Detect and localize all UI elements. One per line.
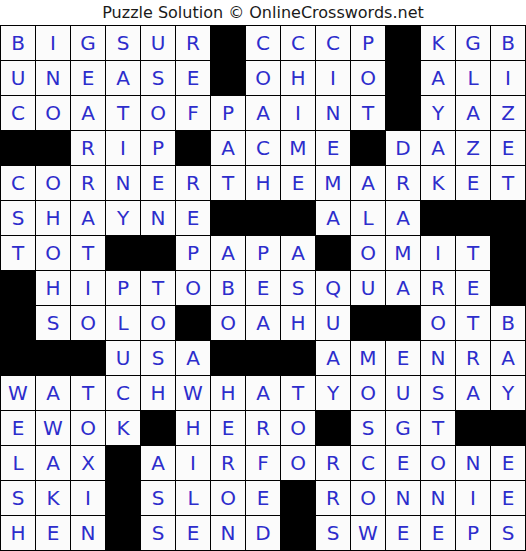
cell-letter: N <box>151 208 166 228</box>
cell-letter: A <box>291 243 305 263</box>
grid-cell: I <box>71 481 106 516</box>
cell-letter: S <box>502 523 515 543</box>
cell-letter: E <box>47 523 60 543</box>
cell-letter: A <box>81 103 95 123</box>
cell-letter: O <box>360 383 376 403</box>
cell-letter: P <box>257 243 269 263</box>
grid-cell: R <box>176 26 211 61</box>
grid-cell: M <box>386 236 421 271</box>
cell-letter: I <box>435 243 441 263</box>
cell-letter: C <box>291 33 305 53</box>
cell-letter: H <box>290 68 305 88</box>
block-cell <box>211 61 246 96</box>
block-cell <box>281 341 316 376</box>
grid-cell: A <box>71 201 106 236</box>
block-cell <box>386 61 421 96</box>
cell-letter: A <box>46 383 60 403</box>
cell-letter: A <box>396 208 410 228</box>
grid-cell: O <box>176 271 211 306</box>
cell-letter: B <box>221 278 235 298</box>
grid-cell: H <box>141 376 176 411</box>
cell-letter: R <box>81 138 95 158</box>
cell-letter: A <box>326 208 340 228</box>
cell-letter: H <box>185 418 200 438</box>
grid-cell: O <box>351 61 386 96</box>
cell-letter: N <box>46 68 61 88</box>
cell-letter: O <box>360 243 376 263</box>
grid-cell: T <box>71 236 106 271</box>
grid-cell: R <box>421 271 456 306</box>
block-cell <box>141 236 176 271</box>
cell-letter: A <box>431 68 445 88</box>
block-cell <box>141 411 176 446</box>
cell-letter: E <box>187 208 200 228</box>
cell-letter: B <box>11 33 25 53</box>
grid-cell: O <box>141 306 176 341</box>
grid-cell: E <box>491 131 526 166</box>
cell-letter: E <box>397 523 410 543</box>
grid-cell: I <box>71 271 106 306</box>
cell-letter: T <box>82 243 94 263</box>
cell-letter: A <box>256 383 270 403</box>
cell-letter: E <box>502 488 515 508</box>
cell-letter: M <box>359 348 376 368</box>
block-cell <box>281 516 316 551</box>
grid-cell: I <box>421 236 456 271</box>
cell-letter: K <box>431 33 444 53</box>
grid-cell: E <box>456 166 491 201</box>
grid-cell: C <box>1 96 36 131</box>
grid-cell: S <box>281 271 316 306</box>
cell-letter: I <box>505 68 511 88</box>
cell-letter: E <box>12 418 25 438</box>
cell-letter: A <box>116 68 130 88</box>
grid-cell: N <box>211 516 246 551</box>
cell-letter: E <box>187 68 200 88</box>
grid-cell: N <box>71 516 106 551</box>
block-cell <box>456 411 491 446</box>
cell-letter: A <box>466 103 480 123</box>
block-cell <box>421 201 456 236</box>
grid-cell: P <box>246 236 281 271</box>
grid-cell: A <box>106 61 141 96</box>
cell-letter: T <box>117 103 129 123</box>
grid-cell: E <box>71 61 106 96</box>
grid-cell: N <box>316 96 351 131</box>
cell-letter: G <box>80 33 96 53</box>
grid-cell: T <box>281 376 316 411</box>
cell-letter: A <box>501 348 515 368</box>
cell-letter: H <box>220 383 235 403</box>
cell-letter: M <box>289 138 306 158</box>
block-cell <box>351 131 386 166</box>
grid-cell: G <box>456 26 491 61</box>
cell-letter: U <box>326 313 341 333</box>
cell-letter: C <box>256 138 270 158</box>
grid-cell: M <box>281 131 316 166</box>
grid-cell: T <box>351 96 386 131</box>
grid-cell: D <box>386 131 421 166</box>
cell-letter: C <box>116 383 130 403</box>
cell-letter: A <box>361 173 375 193</box>
cell-letter: N <box>466 453 481 473</box>
cell-letter: G <box>465 33 481 53</box>
cell-letter: O <box>220 488 236 508</box>
cell-letter: D <box>255 523 270 543</box>
grid-cell: T <box>491 166 526 201</box>
cell-letter: U <box>116 348 131 368</box>
grid-cell: I <box>106 131 141 166</box>
block-cell <box>491 271 526 306</box>
cell-letter: E <box>257 278 270 298</box>
grid-cell: S <box>491 516 526 551</box>
cell-letter: R <box>466 348 480 368</box>
grid-cell: T <box>71 376 106 411</box>
cell-letter: L <box>117 313 128 333</box>
grid-cell: L <box>456 61 491 96</box>
grid-cell: E <box>316 131 351 166</box>
cell-letter: S <box>12 208 25 228</box>
grid-cell: H <box>36 201 71 236</box>
cell-letter: R <box>186 173 200 193</box>
grid-cell: O <box>211 306 246 341</box>
grid-cell: E <box>246 271 281 306</box>
cell-letter: P <box>117 278 129 298</box>
cell-letter: S <box>152 523 165 543</box>
cell-letter: T <box>362 103 374 123</box>
cell-letter: A <box>186 348 200 368</box>
grid-cell: A <box>421 131 456 166</box>
cell-letter: E <box>397 453 410 473</box>
cell-letter: E <box>292 173 305 193</box>
cell-letter: R <box>431 278 445 298</box>
cell-letter: A <box>151 453 165 473</box>
grid-cell: Y <box>491 376 526 411</box>
grid-cell: W <box>176 376 211 411</box>
grid-cell: O <box>71 411 106 446</box>
cell-letter: S <box>292 278 305 298</box>
cell-letter: Z <box>501 103 515 123</box>
grid-cell: A <box>246 376 281 411</box>
grid-cell: I <box>316 61 351 96</box>
grid-cell: M <box>351 341 386 376</box>
cell-letter: O <box>220 313 236 333</box>
cell-letter: E <box>467 278 480 298</box>
cell-letter: O <box>45 243 61 263</box>
cell-letter: S <box>152 68 165 88</box>
cell-letter: R <box>221 453 235 473</box>
grid-cell: I <box>281 96 316 131</box>
grid-cell: S <box>36 306 71 341</box>
cell-letter: K <box>116 418 129 438</box>
grid-cell: O <box>281 446 316 481</box>
block-cell <box>106 481 141 516</box>
grid-cell: A <box>36 376 71 411</box>
cell-letter: C <box>256 33 270 53</box>
grid-cell: Z <box>456 131 491 166</box>
cell-letter: N <box>431 488 446 508</box>
cell-letter: T <box>502 173 514 193</box>
cell-letter: I <box>50 33 56 53</box>
cell-letter: T <box>222 173 234 193</box>
grid-cell: O <box>351 481 386 516</box>
grid-cell: A <box>491 341 526 376</box>
cell-letter: P <box>222 103 234 123</box>
grid-cell: T <box>141 271 176 306</box>
cell-letter: L <box>467 68 478 88</box>
grid-cell: S <box>1 481 36 516</box>
grid-cell: E <box>386 516 421 551</box>
cell-letter: H <box>45 208 60 228</box>
block-cell <box>386 26 421 61</box>
cell-letter: L <box>187 488 198 508</box>
grid-cell: K <box>421 26 456 61</box>
grid-cell: B <box>491 306 526 341</box>
cell-letter: P <box>362 33 374 53</box>
cell-letter: R <box>326 488 340 508</box>
grid-cell: R <box>456 341 491 376</box>
grid-cell: E <box>211 411 246 446</box>
grid-cell: B <box>211 271 246 306</box>
cell-letter: A <box>431 138 445 158</box>
cell-letter: L <box>362 208 373 228</box>
cell-letter: N <box>396 488 411 508</box>
grid-cell: H <box>281 306 316 341</box>
cell-letter: W <box>358 523 378 543</box>
block-cell <box>36 341 71 376</box>
cell-letter: O <box>430 313 446 333</box>
cell-letter: I <box>330 68 336 88</box>
grid-cell: H <box>211 376 246 411</box>
cell-letter: O <box>45 103 61 123</box>
cell-letter: R <box>186 33 200 53</box>
grid-cell: K <box>421 166 456 201</box>
cell-letter: H <box>45 278 60 298</box>
cell-letter: F <box>257 453 269 473</box>
grid-cell: L <box>1 446 36 481</box>
grid-cell: A <box>316 341 351 376</box>
grid-cell: A <box>456 376 491 411</box>
grid-cell: O <box>421 446 456 481</box>
cell-letter: R <box>396 173 410 193</box>
block-cell <box>351 306 386 341</box>
grid-cell: B <box>491 26 526 61</box>
grid-cell: A <box>71 96 106 131</box>
grid-cell: E <box>491 481 526 516</box>
grid-cell: O <box>421 306 456 341</box>
cell-letter: T <box>432 418 444 438</box>
cell-letter: Y <box>502 383 514 403</box>
cell-letter: R <box>81 173 95 193</box>
grid-cell: O <box>36 96 71 131</box>
cell-letter: G <box>395 418 411 438</box>
block-cell <box>211 26 246 61</box>
cell-letter: E <box>82 68 95 88</box>
block-cell <box>1 341 36 376</box>
cell-letter: E <box>432 523 445 543</box>
grid-cell: O <box>351 236 386 271</box>
grid-cell: A <box>456 96 491 131</box>
cell-letter: O <box>360 68 376 88</box>
block-cell <box>491 201 526 236</box>
grid-cell: A <box>386 271 421 306</box>
grid-cell: E <box>176 516 211 551</box>
grid-cell: S <box>421 376 456 411</box>
cell-letter: O <box>185 278 201 298</box>
grid-cell: R <box>386 166 421 201</box>
grid-cell: P <box>106 271 141 306</box>
cell-letter: S <box>327 523 340 543</box>
cell-letter: S <box>152 348 165 368</box>
grid-cell: N <box>421 481 456 516</box>
grid-cell: C <box>1 166 36 201</box>
grid-cell: O <box>281 411 316 446</box>
grid-cell: R <box>316 481 351 516</box>
grid-cell: U <box>386 376 421 411</box>
block-cell <box>176 131 211 166</box>
cell-letter: O <box>80 313 96 333</box>
cell-letter: E <box>502 453 515 473</box>
grid-cell: U <box>316 306 351 341</box>
grid-cell: K <box>106 411 141 446</box>
block-cell <box>316 236 351 271</box>
page-title: Puzzle Solution © OnlineCrosswords.net <box>0 0 526 25</box>
cell-letter: S <box>152 488 165 508</box>
block-cell <box>246 341 281 376</box>
grid-cell: A <box>141 446 176 481</box>
grid-cell: E <box>176 201 211 236</box>
cell-letter: Y <box>117 208 129 228</box>
block-cell <box>106 516 141 551</box>
cell-letter: A <box>256 313 270 333</box>
block-cell <box>1 271 36 306</box>
cell-letter: R <box>326 453 340 473</box>
grid-cell: T <box>421 411 456 446</box>
grid-cell: C <box>106 376 141 411</box>
cell-letter: O <box>80 418 96 438</box>
grid-cell: E <box>36 516 71 551</box>
grid-cell: L <box>351 201 386 236</box>
grid-cell: P <box>211 96 246 131</box>
grid-cell: K <box>36 481 71 516</box>
grid-cell: S <box>141 481 176 516</box>
cell-letter: E <box>222 418 235 438</box>
cell-letter: S <box>362 418 375 438</box>
cell-letter: W <box>8 383 28 403</box>
block-cell <box>246 201 281 236</box>
block-cell <box>281 201 316 236</box>
cell-letter: W <box>183 383 203 403</box>
grid-cell: Y <box>316 376 351 411</box>
grid-cell: A <box>421 61 456 96</box>
grid-cell: E <box>1 411 36 446</box>
grid-cell: I <box>176 446 211 481</box>
cell-letter: A <box>221 138 235 158</box>
grid-cell: C <box>316 26 351 61</box>
grid-cell: E <box>456 271 491 306</box>
cell-letter: C <box>11 173 25 193</box>
cell-letter: I <box>190 453 196 473</box>
grid-cell: I <box>491 61 526 96</box>
grid-cell: N <box>106 166 141 201</box>
cell-letter: R <box>256 418 270 438</box>
cell-letter: B <box>501 313 515 333</box>
block-cell <box>491 236 526 271</box>
cell-letter: O <box>150 103 166 123</box>
grid-cell: Z <box>491 96 526 131</box>
grid-cell: M <box>316 166 351 201</box>
grid-cell: U <box>1 61 36 96</box>
crossword-grid: BIGSURCCCPKGBUNEASEOHIOALICOATOFPAINTYAZ… <box>0 25 526 551</box>
grid-cell: F <box>176 96 211 131</box>
cell-letter: M <box>394 243 411 263</box>
block-cell <box>1 306 36 341</box>
cell-letter: M <box>324 173 341 193</box>
grid-cell: E <box>386 341 421 376</box>
cell-letter: O <box>255 68 271 88</box>
grid-cell: S <box>141 61 176 96</box>
cell-letter: N <box>326 103 341 123</box>
grid-cell: P <box>456 516 491 551</box>
grid-cell: E <box>386 446 421 481</box>
grid-cell: S <box>141 516 176 551</box>
grid-cell: A <box>246 306 281 341</box>
cell-letter: O <box>290 453 306 473</box>
grid-cell: E <box>281 166 316 201</box>
grid-cell: A <box>281 236 316 271</box>
grid-cell: P <box>351 26 386 61</box>
cell-letter: S <box>432 383 445 403</box>
cell-letter: A <box>256 103 270 123</box>
grid-cell: N <box>386 481 421 516</box>
cell-letter: A <box>221 243 235 263</box>
grid-cell: S <box>106 26 141 61</box>
cell-letter: E <box>257 488 270 508</box>
cell-letter: K <box>46 488 59 508</box>
cell-letter: C <box>361 453 375 473</box>
cell-letter: L <box>12 453 23 473</box>
grid-cell: N <box>36 61 71 96</box>
block-cell <box>386 96 421 131</box>
grid-cell: O <box>211 481 246 516</box>
block-cell <box>106 236 141 271</box>
grid-cell: Y <box>421 96 456 131</box>
grid-cell: A <box>176 341 211 376</box>
grid-cell: E <box>491 446 526 481</box>
grid-cell: H <box>36 271 71 306</box>
cell-letter: E <box>397 348 410 368</box>
cell-letter: H <box>255 173 270 193</box>
block-cell <box>106 446 141 481</box>
grid-cell: A <box>211 236 246 271</box>
grid-cell: T <box>211 166 246 201</box>
grid-cell: P <box>176 236 211 271</box>
grid-cell: D <box>246 516 281 551</box>
grid-cell: A <box>211 131 246 166</box>
cell-letter: I <box>85 278 91 298</box>
cell-letter: U <box>151 33 166 53</box>
cell-letter: T <box>292 383 304 403</box>
grid-cell: G <box>71 26 106 61</box>
cell-letter: T <box>467 243 479 263</box>
grid-cell: N <box>141 201 176 236</box>
grid-cell: O <box>71 306 106 341</box>
grid-cell: I <box>456 481 491 516</box>
grid-cell: H <box>246 166 281 201</box>
grid-cell: E <box>246 481 281 516</box>
grid-cell: A <box>36 446 71 481</box>
cell-letter: F <box>187 103 199 123</box>
